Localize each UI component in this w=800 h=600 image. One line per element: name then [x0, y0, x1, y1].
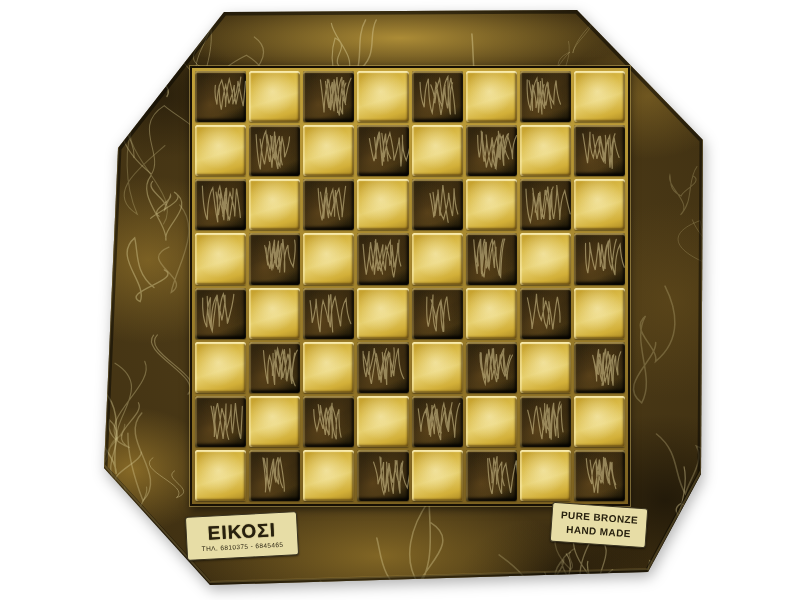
- square-f6[interactable]: [466, 179, 517, 230]
- square-a2[interactable]: [195, 396, 246, 447]
- square-f7[interactable]: [466, 125, 517, 176]
- square-c2[interactable]: [303, 396, 354, 447]
- square-g1[interactable]: [520, 450, 571, 501]
- brand-name: ΕΙΚΟΣΙ: [207, 520, 276, 543]
- etched-scribble: [303, 396, 354, 447]
- square-b3[interactable]: [249, 342, 300, 393]
- square-c6[interactable]: [303, 179, 354, 230]
- etched-scribble: [249, 125, 300, 176]
- square-g5[interactable]: [520, 233, 571, 284]
- square-c1[interactable]: [303, 450, 354, 501]
- square-c3[interactable]: [303, 342, 354, 393]
- square-b7[interactable]: [249, 125, 300, 176]
- square-c4[interactable]: [303, 288, 354, 339]
- square-e8[interactable]: [412, 71, 463, 122]
- etched-scribble: [412, 396, 463, 447]
- etched-scribble: [574, 125, 625, 176]
- square-f3[interactable]: [466, 342, 517, 393]
- etched-scribble: [303, 288, 354, 339]
- etched-scribble: [303, 71, 354, 122]
- etched-scribble: [466, 233, 517, 284]
- etched-scribble: [195, 396, 246, 447]
- etched-scribble: [195, 288, 246, 339]
- square-a7[interactable]: [195, 125, 246, 176]
- square-e5[interactable]: [412, 233, 463, 284]
- etched-scribble: [412, 71, 463, 122]
- material-line2: HAND MADE: [566, 523, 632, 542]
- square-b8[interactable]: [249, 71, 300, 122]
- square-h3[interactable]: [574, 342, 625, 393]
- etched-scribble: [466, 450, 517, 501]
- square-a1[interactable]: [195, 450, 246, 501]
- square-c7[interactable]: [303, 125, 354, 176]
- square-b1[interactable]: [249, 450, 300, 501]
- square-e6[interactable]: [412, 179, 463, 230]
- material-label: PURE BRONZE HAND MADE: [550, 502, 649, 549]
- square-g7[interactable]: [520, 125, 571, 176]
- etched-scribble: [249, 450, 300, 501]
- square-h2[interactable]: [574, 396, 625, 447]
- square-h8[interactable]: [574, 71, 625, 122]
- etched-scribble: [412, 288, 463, 339]
- square-a8[interactable]: [195, 71, 246, 122]
- square-g6[interactable]: [520, 179, 571, 230]
- square-h1[interactable]: [574, 450, 625, 501]
- square-b6[interactable]: [249, 179, 300, 230]
- square-a4[interactable]: [195, 288, 246, 339]
- square-h7[interactable]: [574, 125, 625, 176]
- square-f4[interactable]: [466, 288, 517, 339]
- square-f2[interactable]: [466, 396, 517, 447]
- etched-scribble: [520, 71, 571, 122]
- square-a6[interactable]: [195, 179, 246, 230]
- etched-scribble: [574, 342, 625, 393]
- chess-board-grid: [190, 66, 630, 506]
- square-g4[interactable]: [520, 288, 571, 339]
- etched-scribble: [357, 342, 408, 393]
- brand-label: ΕΙΚΟΣΙ ΤΗΛ. 6810375 - 6845465: [185, 511, 299, 561]
- etched-scribble: [412, 179, 463, 230]
- square-f8[interactable]: [466, 71, 517, 122]
- square-c5[interactable]: [303, 233, 354, 284]
- etched-scribble: [249, 233, 300, 284]
- square-e4[interactable]: [412, 288, 463, 339]
- etched-scribble: [357, 450, 408, 501]
- etched-scribble: [520, 288, 571, 339]
- square-e7[interactable]: [412, 125, 463, 176]
- etched-scribble: [195, 179, 246, 230]
- square-b2[interactable]: [249, 396, 300, 447]
- square-g8[interactable]: [520, 71, 571, 122]
- square-e1[interactable]: [412, 450, 463, 501]
- square-d5[interactable]: [357, 233, 408, 284]
- etched-scribble: [574, 233, 625, 284]
- chess-board: ΕΙΚΟΣΙ ΤΗΛ. 6810375 - 6845465 PURE BRONZ…: [0, 0, 800, 600]
- etched-scribble: [249, 342, 300, 393]
- etched-scribble: [195, 71, 246, 122]
- etched-scribble: [520, 396, 571, 447]
- etched-scribble: [520, 179, 571, 230]
- square-e2[interactable]: [412, 396, 463, 447]
- photo-background: ΕΙΚΟΣΙ ΤΗΛ. 6810375 - 6845465 PURE BRONZ…: [0, 0, 800, 600]
- square-d4[interactable]: [357, 288, 408, 339]
- square-d1[interactable]: [357, 450, 408, 501]
- square-e3[interactable]: [412, 342, 463, 393]
- etched-scribble: [466, 342, 517, 393]
- etched-scribble: [303, 179, 354, 230]
- square-b5[interactable]: [249, 233, 300, 284]
- square-d6[interactable]: [357, 179, 408, 230]
- etched-scribble: [574, 450, 625, 501]
- square-d8[interactable]: [357, 71, 408, 122]
- square-g3[interactable]: [520, 342, 571, 393]
- square-h6[interactable]: [574, 179, 625, 230]
- square-h5[interactable]: [574, 233, 625, 284]
- square-h4[interactable]: [574, 288, 625, 339]
- square-f1[interactable]: [466, 450, 517, 501]
- square-g2[interactable]: [520, 396, 571, 447]
- square-f5[interactable]: [466, 233, 517, 284]
- square-d3[interactable]: [357, 342, 408, 393]
- board-border: ΕΙΚΟΣΙ ΤΗΛ. 6810375 - 6845465 PURE BRONZ…: [0, 0, 800, 600]
- square-d7[interactable]: [357, 125, 408, 176]
- square-d2[interactable]: [357, 396, 408, 447]
- etched-scribble: [357, 233, 408, 284]
- square-a3[interactable]: [195, 342, 246, 393]
- square-a5[interactable]: [195, 233, 246, 284]
- etched-scribble: [466, 125, 517, 176]
- etched-scribble: [357, 125, 408, 176]
- square-b4[interactable]: [249, 288, 300, 339]
- square-c8[interactable]: [303, 71, 354, 122]
